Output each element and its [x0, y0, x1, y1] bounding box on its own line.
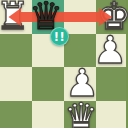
square[interactable]	[0, 67, 32, 101]
white-queen[interactable]: ♛	[64, 101, 98, 129]
square[interactable]	[0, 34, 32, 68]
square[interactable]	[96, 101, 128, 129]
board: ♜♛♚♟♟♛	[0, 0, 128, 128]
chessboard: ♜♛♚♟♟♛ !!	[0, 0, 128, 128]
square[interactable]	[32, 67, 64, 101]
square[interactable]	[64, 0, 96, 34]
square[interactable]: ♟	[96, 34, 128, 68]
square[interactable]: ♜	[0, 0, 32, 34]
brilliant-move-badge: !!	[50, 27, 69, 46]
square[interactable]	[96, 67, 128, 101]
square[interactable]	[32, 101, 64, 129]
square[interactable]	[0, 101, 32, 129]
square[interactable]: ♛	[64, 101, 96, 129]
white-rook[interactable]: ♜	[0, 0, 30, 34]
